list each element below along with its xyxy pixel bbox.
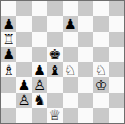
black-pawn-piece: ♟ <box>33 62 46 76</box>
square-f1[interactable] <box>78 108 93 123</box>
square-a2[interactable] <box>1 93 16 108</box>
square-d4[interactable]: ♝ <box>47 62 62 77</box>
square-g2[interactable] <box>93 93 108 108</box>
white-rook-piece: ♖ <box>2 32 15 46</box>
square-e6[interactable] <box>63 32 78 47</box>
square-h4[interactable] <box>109 62 124 77</box>
square-e7[interactable]: ♟ <box>63 16 78 31</box>
square-f4[interactable] <box>78 62 93 77</box>
square-a3[interactable] <box>1 77 16 92</box>
square-b1[interactable] <box>16 108 31 123</box>
square-e5[interactable] <box>63 47 78 62</box>
black-pawn-piece: ♟ <box>64 16 77 30</box>
white-pawn-piece: ♙ <box>18 93 31 107</box>
chess-diagram: ♟♟♖♟♚♗♟♝♘♘♟♙♔♙♞♕ <box>0 0 125 124</box>
square-c7[interactable] <box>32 16 47 31</box>
square-d3[interactable] <box>47 77 62 92</box>
square-a6[interactable]: ♖ <box>1 32 16 47</box>
square-a8[interactable] <box>1 1 16 16</box>
square-b8[interactable] <box>16 1 31 16</box>
square-e1[interactable] <box>63 108 78 123</box>
square-h2[interactable] <box>109 93 124 108</box>
square-c3[interactable]: ♙ <box>32 77 47 92</box>
square-f7[interactable] <box>78 16 93 31</box>
square-f5[interactable] <box>78 47 93 62</box>
square-f3[interactable] <box>78 77 93 92</box>
square-f6[interactable] <box>78 32 93 47</box>
white-knight-piece: ♘ <box>64 62 77 76</box>
black-pawn-piece: ♟ <box>2 16 15 30</box>
square-d2[interactable] <box>47 93 62 108</box>
square-g1[interactable] <box>93 108 108 123</box>
black-knight-piece: ♞ <box>33 93 46 107</box>
square-b5[interactable] <box>16 47 31 62</box>
square-e3[interactable] <box>63 77 78 92</box>
square-a5[interactable]: ♟ <box>1 47 16 62</box>
chess-board: ♟♟♖♟♚♗♟♝♘♘♟♙♔♙♞♕ <box>0 0 125 124</box>
square-c8[interactable] <box>32 1 47 16</box>
square-h1[interactable] <box>109 108 124 123</box>
square-h5[interactable] <box>109 47 124 62</box>
square-d5[interactable]: ♚ <box>47 47 62 62</box>
square-f8[interactable] <box>78 1 93 16</box>
square-a4[interactable]: ♗ <box>1 62 16 77</box>
square-h7[interactable] <box>109 16 124 31</box>
square-g7[interactable] <box>93 16 108 31</box>
square-g6[interactable] <box>93 32 108 47</box>
square-d1[interactable]: ♕ <box>47 108 62 123</box>
white-bishop-piece: ♗ <box>2 62 15 76</box>
square-g3[interactable]: ♔ <box>93 77 108 92</box>
square-c1[interactable] <box>32 108 47 123</box>
square-b4[interactable] <box>16 62 31 77</box>
white-king-piece: ♔ <box>95 77 108 91</box>
square-e8[interactable] <box>63 1 78 16</box>
square-b2[interactable]: ♙ <box>16 93 31 108</box>
white-queen-piece: ♕ <box>49 108 62 122</box>
square-b7[interactable] <box>16 16 31 31</box>
black-bishop-piece: ♝ <box>49 62 62 76</box>
square-d7[interactable] <box>47 16 62 31</box>
square-h8[interactable] <box>109 1 124 16</box>
square-e2[interactable] <box>63 93 78 108</box>
square-c6[interactable] <box>32 32 47 47</box>
square-f2[interactable] <box>78 93 93 108</box>
square-a1[interactable] <box>1 108 16 123</box>
black-pawn-piece: ♟ <box>2 47 15 61</box>
square-h6[interactable] <box>109 32 124 47</box>
square-h3[interactable] <box>109 77 124 92</box>
square-g4[interactable]: ♘ <box>93 62 108 77</box>
square-c2[interactable]: ♞ <box>32 93 47 108</box>
white-knight-piece: ♘ <box>95 62 108 76</box>
square-c5[interactable] <box>32 47 47 62</box>
square-a7[interactable]: ♟ <box>1 16 16 31</box>
square-d8[interactable] <box>47 1 62 16</box>
square-e4[interactable]: ♘ <box>63 62 78 77</box>
square-c4[interactable]: ♟ <box>32 62 47 77</box>
white-pawn-piece: ♙ <box>33 77 46 91</box>
square-g8[interactable] <box>93 1 108 16</box>
square-b3[interactable]: ♟ <box>16 77 31 92</box>
black-pawn-piece: ♟ <box>18 77 31 91</box>
square-d6[interactable] <box>47 32 62 47</box>
black-king-piece: ♚ <box>49 47 62 61</box>
square-b6[interactable] <box>16 32 31 47</box>
square-g5[interactable] <box>93 47 108 62</box>
